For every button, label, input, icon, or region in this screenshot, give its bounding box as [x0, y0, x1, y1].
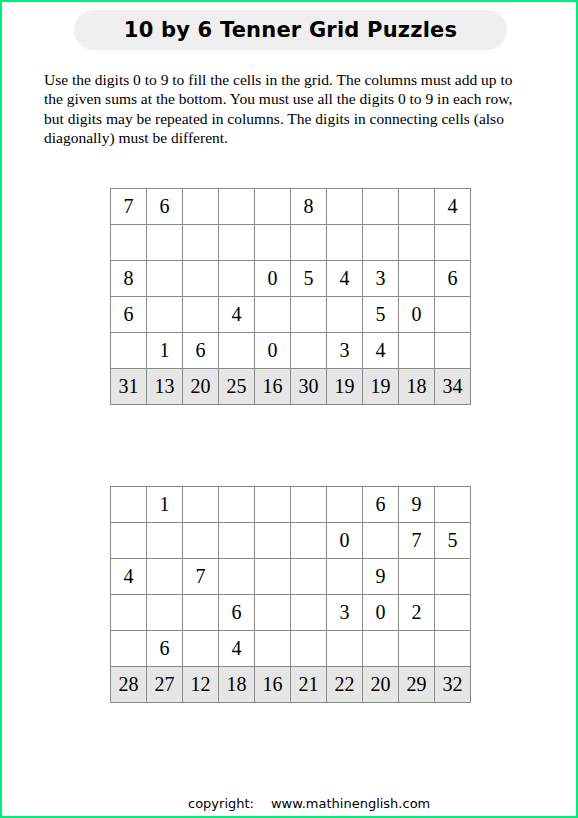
puzzle-2-cell-r3c2[interactable] — [147, 559, 183, 595]
puzzle-1-cell-r2c6[interactable] — [291, 225, 327, 261]
puzzle-1-cell-r1c5[interactable] — [255, 189, 291, 225]
puzzle-2-cell-r2c8[interactable] — [363, 523, 399, 559]
puzzle-1-sum-c10: 34 — [435, 369, 471, 405]
puzzle-1-cell-r5c6[interactable] — [291, 333, 327, 369]
puzzle-1-cell-r5c8: 4 — [363, 333, 399, 369]
puzzle-1-cell-r3c8: 3 — [363, 261, 399, 297]
puzzle-1-cell-r5c9[interactable] — [399, 333, 435, 369]
puzzle-2-cell-r5c7[interactable] — [327, 631, 363, 667]
puzzle-2-cell-r2c2[interactable] — [147, 523, 183, 559]
puzzle-2-cell-r3c8: 9 — [363, 559, 399, 595]
puzzle-1-cell-r2c2[interactable] — [147, 225, 183, 261]
puzzle-1-sum-c3: 20 — [183, 369, 219, 405]
puzzle-1-cell-r5c7: 3 — [327, 333, 363, 369]
puzzle-2-cell-r5c5[interactable] — [255, 631, 291, 667]
puzzle-2-cell-r3c6[interactable] — [291, 559, 327, 595]
puzzle-1-cell-r4c1: 6 — [111, 297, 147, 333]
puzzle-1-cell-r2c5[interactable] — [255, 225, 291, 261]
puzzle-2-cell-r1c3[interactable] — [183, 487, 219, 523]
puzzle-2-cell-r5c9[interactable] — [399, 631, 435, 667]
puzzle-2-cell-r4c4: 6 — [219, 595, 255, 631]
puzzle-2-cell-r4c8: 0 — [363, 595, 399, 631]
puzzle-1-sum-c4: 25 — [219, 369, 255, 405]
puzzle-2-cell-r1c4[interactable] — [219, 487, 255, 523]
puzzle-2-cell-r4c3[interactable] — [183, 595, 219, 631]
puzzle-1-cell-r1c10: 4 — [435, 189, 471, 225]
puzzle-2-cell-r4c6[interactable] — [291, 595, 327, 631]
puzzle-2-cell-r3c5[interactable] — [255, 559, 291, 595]
footer: copyright: www.mathinenglish.com — [188, 796, 430, 811]
puzzle-1-cell-r1c3[interactable] — [183, 189, 219, 225]
puzzle-2-cell-r2c1[interactable] — [111, 523, 147, 559]
puzzle-1-cell-r4c8: 5 — [363, 297, 399, 333]
puzzle-2-cell-r1c9: 9 — [399, 487, 435, 523]
puzzle-2-cell-r5c2: 6 — [147, 631, 183, 667]
puzzle-2-cell-r2c4[interactable] — [219, 523, 255, 559]
puzzle-2-cell-r1c1[interactable] — [111, 487, 147, 523]
puzzle-1-cell-r5c10[interactable] — [435, 333, 471, 369]
puzzle-1-cell-r2c3[interactable] — [183, 225, 219, 261]
puzzle-2-cell-r4c9: 2 — [399, 595, 435, 631]
instructions-line-3: but digits may be repeated in columns. T… — [44, 109, 544, 128]
puzzle-2-cell-r4c5[interactable] — [255, 595, 291, 631]
copyright-label: copyright: — [188, 796, 254, 811]
puzzle-1-cell-r1c7[interactable] — [327, 189, 363, 225]
puzzle-1-cell-r4c4: 4 — [219, 297, 255, 333]
puzzle-1-cell-r4c9: 0 — [399, 297, 435, 333]
puzzle-2-cell-r2c5[interactable] — [255, 523, 291, 559]
puzzle-2-sum-c10: 32 — [435, 667, 471, 703]
puzzle-2-cell-r5c6[interactable] — [291, 631, 327, 667]
puzzle-1-sum-c7: 19 — [327, 369, 363, 405]
puzzle-1-cell-r3c1: 8 — [111, 261, 147, 297]
puzzle-2-cell-r5c10[interactable] — [435, 631, 471, 667]
tenner-grid-1: 768480543664501603431132025163019191834 — [110, 188, 471, 405]
puzzle-1-sum-c6: 30 — [291, 369, 327, 405]
puzzle-1-sum-c2: 13 — [147, 369, 183, 405]
puzzle-1-sum-c1: 31 — [111, 369, 147, 405]
puzzle-2-cell-r5c1[interactable] — [111, 631, 147, 667]
puzzle-2-cell-r2c9: 7 — [399, 523, 435, 559]
puzzle-2-cell-r4c2[interactable] — [147, 595, 183, 631]
puzzle-2-cell-r2c7: 0 — [327, 523, 363, 559]
puzzle-1-cell-r4c7[interactable] — [327, 297, 363, 333]
puzzle-1-cell-r4c5[interactable] — [255, 297, 291, 333]
puzzle-1-cell-r2c8[interactable] — [363, 225, 399, 261]
puzzle-1-cell-r3c7: 4 — [327, 261, 363, 297]
puzzle-2-sum-c8: 20 — [363, 667, 399, 703]
puzzle-2-cell-r1c8: 6 — [363, 487, 399, 523]
puzzle-2-cell-r3c4[interactable] — [219, 559, 255, 595]
puzzle-1-cell-r2c10[interactable] — [435, 225, 471, 261]
puzzle-2-cell-r5c8[interactable] — [363, 631, 399, 667]
puzzle-1-sum-c8: 19 — [363, 369, 399, 405]
instructions-line-4: diagonally) must be different. — [44, 128, 544, 147]
puzzle-1-cell-r1c8[interactable] — [363, 189, 399, 225]
puzzle-1-sum-c5: 16 — [255, 369, 291, 405]
puzzle-1-cell-r5c2: 1 — [147, 333, 183, 369]
tenner-grid-2: 16907547963026428271218162122202932 — [110, 486, 471, 703]
puzzle-2-cell-r2c3[interactable] — [183, 523, 219, 559]
puzzle-2-cell-r1c2: 1 — [147, 487, 183, 523]
puzzle-1-cell-r3c6: 5 — [291, 261, 327, 297]
puzzle-2-cell-r3c7[interactable] — [327, 559, 363, 595]
puzzle-1-cell-r2c9[interactable] — [399, 225, 435, 261]
instructions-line-1: Use the digits 0 to 9 to fill the cells … — [44, 70, 544, 89]
puzzle-2-sum-c3: 12 — [183, 667, 219, 703]
puzzle-1-cell-r3c3[interactable] — [183, 261, 219, 297]
puzzle-2-cell-r4c1[interactable] — [111, 595, 147, 631]
puzzle-2-cell-r3c1: 4 — [111, 559, 147, 595]
page-title-text: 10 by 6 Tenner Grid Puzzles — [124, 18, 457, 42]
instructions: Use the digits 0 to 9 to fill the cells … — [44, 70, 544, 148]
puzzle-1-cell-r3c10: 6 — [435, 261, 471, 297]
puzzle-1-cell-r3c4[interactable] — [219, 261, 255, 297]
puzzle-1-cell-r3c9[interactable] — [399, 261, 435, 297]
puzzle-2-sum-c7: 22 — [327, 667, 363, 703]
puzzle-1-cell-r5c1[interactable] — [111, 333, 147, 369]
puzzle-2-cell-r1c6[interactable] — [291, 487, 327, 523]
puzzle-1-cell-r1c9[interactable] — [399, 189, 435, 225]
puzzle-1-cell-r3c5: 0 — [255, 261, 291, 297]
puzzle-2-cell-r3c10[interactable] — [435, 559, 471, 595]
puzzle-1-cell-r4c10[interactable] — [435, 297, 471, 333]
puzzle-1-cell-r1c1: 7 — [111, 189, 147, 225]
puzzle-1-cell-r5c4[interactable] — [219, 333, 255, 369]
puzzle-1-cell-r1c2: 6 — [147, 189, 183, 225]
puzzle-1-cell-r4c3[interactable] — [183, 297, 219, 333]
puzzle-2-cell-r1c7[interactable] — [327, 487, 363, 523]
puzzle-1-sum-c9: 18 — [399, 369, 435, 405]
puzzle-2-cell-r5c3[interactable] — [183, 631, 219, 667]
puzzle-2-cell-r4c10[interactable] — [435, 595, 471, 631]
puzzle-1-cell-r5c5: 0 — [255, 333, 291, 369]
puzzle-2-cell-r2c6[interactable] — [291, 523, 327, 559]
puzzle-2-cell-r2c10: 5 — [435, 523, 471, 559]
puzzle-2-cell-r1c10[interactable] — [435, 487, 471, 523]
site-link: www.mathinenglish.com — [271, 796, 430, 811]
puzzle-1-cell-r1c4[interactable] — [219, 189, 255, 225]
worksheet-page: 10 by 6 Tenner Grid Puzzles Use the digi… — [0, 0, 578, 818]
page-title: 10 by 6 Tenner Grid Puzzles — [74, 10, 507, 50]
puzzle-2-sum-c4: 18 — [219, 667, 255, 703]
puzzle-2-cell-r3c3: 7 — [183, 559, 219, 595]
puzzle-2-sum-c9: 29 — [399, 667, 435, 703]
puzzle-1-cell-r2c4[interactable] — [219, 225, 255, 261]
puzzle-2-cell-r1c5[interactable] — [255, 487, 291, 523]
puzzle-1-cell-r1c6: 8 — [291, 189, 327, 225]
puzzle-1-cell-r5c3: 6 — [183, 333, 219, 369]
puzzle-2-sum-c6: 21 — [291, 667, 327, 703]
puzzle-2-cell-r4c7: 3 — [327, 595, 363, 631]
puzzle-1-cell-r4c6[interactable] — [291, 297, 327, 333]
puzzle-2-cell-r5c4: 4 — [219, 631, 255, 667]
puzzle-1-cell-r2c7[interactable] — [327, 225, 363, 261]
puzzle-2-sum-c5: 16 — [255, 667, 291, 703]
puzzle-2-cell-r3c9[interactable] — [399, 559, 435, 595]
puzzle-2-sum-c2: 27 — [147, 667, 183, 703]
puzzle-2-sum-c1: 28 — [111, 667, 147, 703]
puzzle-1-cell-r3c2[interactable] — [147, 261, 183, 297]
puzzle-1-cell-r2c1[interactable] — [111, 225, 147, 261]
puzzle-1-cell-r4c2[interactable] — [147, 297, 183, 333]
instructions-line-2: the given sums at the bottom. You must u… — [44, 89, 544, 108]
